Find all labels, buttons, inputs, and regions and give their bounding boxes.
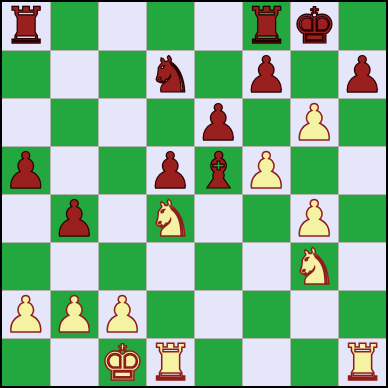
square-a3[interactable] (2, 242, 50, 290)
piece-white-pawn[interactable]: ♟ (291, 99, 338, 147)
square-a4[interactable] (2, 194, 50, 242)
square-h4[interactable] (338, 194, 386, 242)
square-g7[interactable] (290, 50, 338, 98)
piece-white-knight[interactable]: ♞ (147, 195, 194, 243)
square-h5[interactable] (338, 146, 386, 194)
square-g5[interactable] (290, 146, 338, 194)
square-c5[interactable] (98, 146, 146, 194)
square-c8[interactable] (98, 2, 146, 50)
piece-black-knight[interactable]: ♞ (147, 51, 194, 99)
piece-white-knight[interactable]: ♞ (291, 243, 338, 291)
piece-black-pawn[interactable]: ♟ (147, 147, 194, 195)
square-d3[interactable] (146, 242, 194, 290)
square-b5[interactable] (50, 146, 98, 194)
square-e7[interactable] (194, 50, 242, 98)
square-e8[interactable] (194, 2, 242, 50)
piece-black-bishop[interactable]: ♝ (195, 147, 242, 195)
piece-black-pawn[interactable]: ♟ (339, 51, 386, 99)
square-c1[interactable]: ♚ (98, 338, 146, 386)
square-h6[interactable] (338, 98, 386, 146)
square-f7[interactable]: ♟ (242, 50, 290, 98)
piece-black-pawn[interactable]: ♟ (243, 51, 290, 99)
square-g3[interactable]: ♞ (290, 242, 338, 290)
square-c2[interactable]: ♟ (98, 290, 146, 338)
square-h1[interactable]: ♜ (338, 338, 386, 386)
square-b1[interactable] (50, 338, 98, 386)
square-b8[interactable] (50, 2, 98, 50)
square-e6[interactable]: ♟ (194, 98, 242, 146)
square-g4[interactable]: ♟ (290, 194, 338, 242)
square-h2[interactable] (338, 290, 386, 338)
square-f2[interactable] (242, 290, 290, 338)
square-f1[interactable] (242, 338, 290, 386)
square-h7[interactable]: ♟ (338, 50, 386, 98)
square-b6[interactable] (50, 98, 98, 146)
square-d2[interactable] (146, 290, 194, 338)
square-a1[interactable] (2, 338, 50, 386)
piece-white-rook[interactable]: ♜ (147, 339, 194, 387)
piece-black-pawn[interactable]: ♟ (2, 147, 50, 195)
piece-white-king[interactable]: ♚ (99, 339, 146, 387)
square-d1[interactable]: ♜ (146, 338, 194, 386)
piece-black-pawn[interactable]: ♟ (51, 195, 98, 243)
square-g1[interactable] (290, 338, 338, 386)
square-h8[interactable] (338, 2, 386, 50)
square-f3[interactable] (242, 242, 290, 290)
square-a7[interactable] (2, 50, 50, 98)
piece-white-rook[interactable]: ♜ (339, 339, 386, 387)
square-d8[interactable] (146, 2, 194, 50)
square-d7[interactable]: ♞ (146, 50, 194, 98)
square-b3[interactable] (50, 242, 98, 290)
square-f6[interactable] (242, 98, 290, 146)
piece-black-king[interactable]: ♚ (291, 2, 338, 50)
chess-board: ♜♜♚♞♟♟♟♟♟♟♝♟♟♞♟♞♟♟♟♚♜♜ (0, 0, 388, 388)
piece-white-pawn[interactable]: ♟ (99, 291, 146, 339)
square-d5[interactable]: ♟ (146, 146, 194, 194)
square-d6[interactable] (146, 98, 194, 146)
square-a2[interactable]: ♟ (2, 290, 50, 338)
square-c6[interactable] (98, 98, 146, 146)
square-e2[interactable] (194, 290, 242, 338)
square-h3[interactable] (338, 242, 386, 290)
piece-black-rook[interactable]: ♜ (2, 2, 50, 50)
piece-white-pawn[interactable]: ♟ (291, 195, 338, 243)
square-f8[interactable]: ♜ (242, 2, 290, 50)
piece-white-pawn[interactable]: ♟ (51, 291, 98, 339)
square-e5[interactable]: ♝ (194, 146, 242, 194)
square-g6[interactable]: ♟ (290, 98, 338, 146)
square-b4[interactable]: ♟ (50, 194, 98, 242)
square-c4[interactable] (98, 194, 146, 242)
square-e3[interactable] (194, 242, 242, 290)
piece-white-pawn[interactable]: ♟ (2, 291, 50, 339)
square-g2[interactable] (290, 290, 338, 338)
square-d4[interactable]: ♞ (146, 194, 194, 242)
piece-white-pawn[interactable]: ♟ (243, 147, 290, 195)
square-e1[interactable] (194, 338, 242, 386)
square-a8[interactable]: ♜ (2, 2, 50, 50)
square-c7[interactable] (98, 50, 146, 98)
square-a5[interactable]: ♟ (2, 146, 50, 194)
square-c3[interactable] (98, 242, 146, 290)
square-b2[interactable]: ♟ (50, 290, 98, 338)
piece-black-rook[interactable]: ♜ (243, 2, 290, 50)
square-g8[interactable]: ♚ (290, 2, 338, 50)
piece-black-pawn[interactable]: ♟ (195, 99, 242, 147)
square-f5[interactable]: ♟ (242, 146, 290, 194)
square-e4[interactable] (194, 194, 242, 242)
square-b7[interactable] (50, 50, 98, 98)
square-a6[interactable] (2, 98, 50, 146)
square-f4[interactable] (242, 194, 290, 242)
